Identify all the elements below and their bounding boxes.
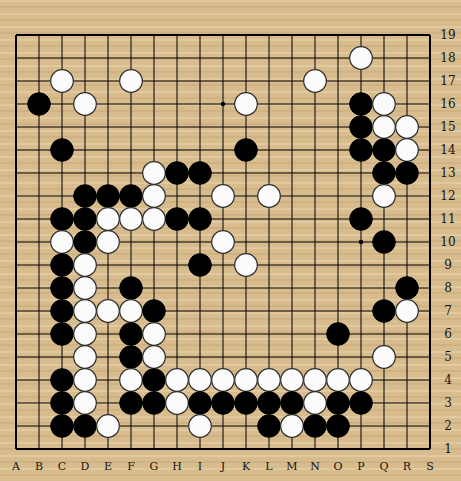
stone-white xyxy=(143,185,166,208)
stone-black xyxy=(327,392,350,415)
stone-white xyxy=(97,300,120,323)
stone-white xyxy=(258,185,281,208)
stone-black xyxy=(327,415,350,438)
stone-white xyxy=(327,369,350,392)
stone-black xyxy=(189,208,212,231)
row-label: 12 xyxy=(440,189,455,203)
row-label: 19 xyxy=(440,28,455,42)
stone-white xyxy=(143,323,166,346)
stone-black xyxy=(189,392,212,415)
stone-black xyxy=(189,254,212,277)
column-label: F xyxy=(127,460,135,473)
stone-white xyxy=(258,369,281,392)
stone-white xyxy=(396,116,419,139)
column-label: E xyxy=(104,460,112,473)
stone-white xyxy=(235,254,258,277)
stone-white xyxy=(396,139,419,162)
stone-white xyxy=(373,116,396,139)
row-label: 11 xyxy=(440,212,455,226)
stone-white xyxy=(373,93,396,116)
row-label: 16 xyxy=(440,97,455,111)
stone-white xyxy=(373,346,396,369)
stone-white xyxy=(51,231,74,254)
column-label: I xyxy=(198,460,202,473)
stone-white xyxy=(74,254,97,277)
stone-black xyxy=(51,254,74,277)
stone-white xyxy=(304,369,327,392)
stone-white xyxy=(350,47,373,70)
stone-white xyxy=(74,300,97,323)
stone-black xyxy=(350,208,373,231)
column-label: P xyxy=(357,460,365,473)
column-label: N xyxy=(310,460,320,473)
stone-white xyxy=(97,231,120,254)
stone-white xyxy=(281,369,304,392)
stone-black xyxy=(51,277,74,300)
stone-black xyxy=(74,231,97,254)
stone-black xyxy=(166,208,189,231)
row-label: 8 xyxy=(444,281,452,295)
stone-black xyxy=(51,323,74,346)
stone-black xyxy=(51,208,74,231)
stone-white xyxy=(74,277,97,300)
column-label: A xyxy=(11,460,21,473)
row-label: 5 xyxy=(444,350,452,364)
column-label: C xyxy=(58,460,66,473)
stone-white xyxy=(74,323,97,346)
stone-black xyxy=(28,93,51,116)
column-label: J xyxy=(220,460,225,473)
row-label: 14 xyxy=(440,143,456,157)
stone-black xyxy=(396,277,419,300)
column-label: G xyxy=(150,460,159,473)
stone-black xyxy=(51,139,74,162)
stone-white xyxy=(120,208,143,231)
column-label: H xyxy=(172,460,182,473)
column-label: L xyxy=(265,460,273,473)
stone-black xyxy=(120,277,143,300)
stone-black xyxy=(51,392,74,415)
row-label: 1 xyxy=(444,442,452,456)
stone-black xyxy=(350,93,373,116)
row-label: 4 xyxy=(444,373,452,387)
row-label: 18 xyxy=(440,51,455,65)
stone-black xyxy=(350,392,373,415)
stone-white xyxy=(166,369,189,392)
row-label: 15 xyxy=(440,120,455,134)
stone-black xyxy=(396,162,419,185)
stone-black xyxy=(74,185,97,208)
stone-black xyxy=(166,162,189,185)
stone-black xyxy=(373,162,396,185)
go-board[interactable]: 19181716151413121110987654321ABCDEFGHIJK… xyxy=(0,0,461,481)
column-label: S xyxy=(426,460,434,473)
stone-black xyxy=(74,415,97,438)
stone-white xyxy=(396,300,419,323)
column-label: R xyxy=(403,460,412,473)
stone-white xyxy=(97,415,120,438)
stone-white xyxy=(350,369,373,392)
row-label: 7 xyxy=(444,304,452,318)
stone-black xyxy=(258,415,281,438)
stone-white xyxy=(51,70,74,93)
stone-white xyxy=(120,300,143,323)
stone-white xyxy=(189,369,212,392)
stone-white xyxy=(304,392,327,415)
stone-black xyxy=(74,208,97,231)
stone-white xyxy=(304,70,327,93)
stone-black xyxy=(97,185,120,208)
stone-black xyxy=(327,323,350,346)
stone-white xyxy=(74,93,97,116)
stone-white xyxy=(212,185,235,208)
column-label: B xyxy=(35,460,43,473)
stone-black xyxy=(143,300,166,323)
stone-black xyxy=(143,369,166,392)
go-board-canvas[interactable]: 19181716151413121110987654321ABCDEFGHIJK… xyxy=(0,0,461,481)
column-label: M xyxy=(286,460,297,473)
stone-black xyxy=(143,392,166,415)
star-point xyxy=(359,240,364,245)
stone-black xyxy=(373,231,396,254)
stone-white xyxy=(143,208,166,231)
stone-white xyxy=(281,415,304,438)
column-label: Q xyxy=(379,460,388,473)
row-label: 13 xyxy=(440,166,455,180)
row-label: 9 xyxy=(444,258,452,272)
row-label: 3 xyxy=(444,396,452,410)
stone-white xyxy=(143,346,166,369)
stone-white xyxy=(235,369,258,392)
column-label: D xyxy=(81,460,90,473)
star-point xyxy=(221,102,226,107)
stone-white xyxy=(74,346,97,369)
stone-white xyxy=(373,185,396,208)
row-label: 10 xyxy=(440,235,455,249)
stone-black xyxy=(189,162,212,185)
row-label: 17 xyxy=(440,74,455,88)
stone-white xyxy=(97,208,120,231)
stone-black xyxy=(281,392,304,415)
stone-white xyxy=(120,70,143,93)
column-label: O xyxy=(333,460,342,473)
stone-black xyxy=(235,392,258,415)
stone-black xyxy=(350,116,373,139)
stone-black xyxy=(350,139,373,162)
stone-white xyxy=(143,162,166,185)
stone-black xyxy=(258,392,281,415)
stone-black xyxy=(120,185,143,208)
stone-white xyxy=(212,231,235,254)
stone-white xyxy=(166,392,189,415)
stone-black xyxy=(51,369,74,392)
stone-black xyxy=(373,139,396,162)
stone-black xyxy=(304,415,327,438)
column-label: K xyxy=(242,460,251,473)
stone-black xyxy=(120,392,143,415)
stone-white xyxy=(120,369,143,392)
row-label: 2 xyxy=(444,419,452,433)
stone-black xyxy=(212,392,235,415)
stone-white xyxy=(74,392,97,415)
stone-white xyxy=(189,415,212,438)
stone-white xyxy=(235,93,258,116)
stone-black xyxy=(120,346,143,369)
stone-white xyxy=(74,369,97,392)
stone-black xyxy=(51,415,74,438)
row-label: 6 xyxy=(444,327,452,341)
stone-white xyxy=(212,369,235,392)
stone-black xyxy=(373,300,396,323)
stone-black xyxy=(51,300,74,323)
stone-black xyxy=(235,139,258,162)
stone-black xyxy=(120,323,143,346)
